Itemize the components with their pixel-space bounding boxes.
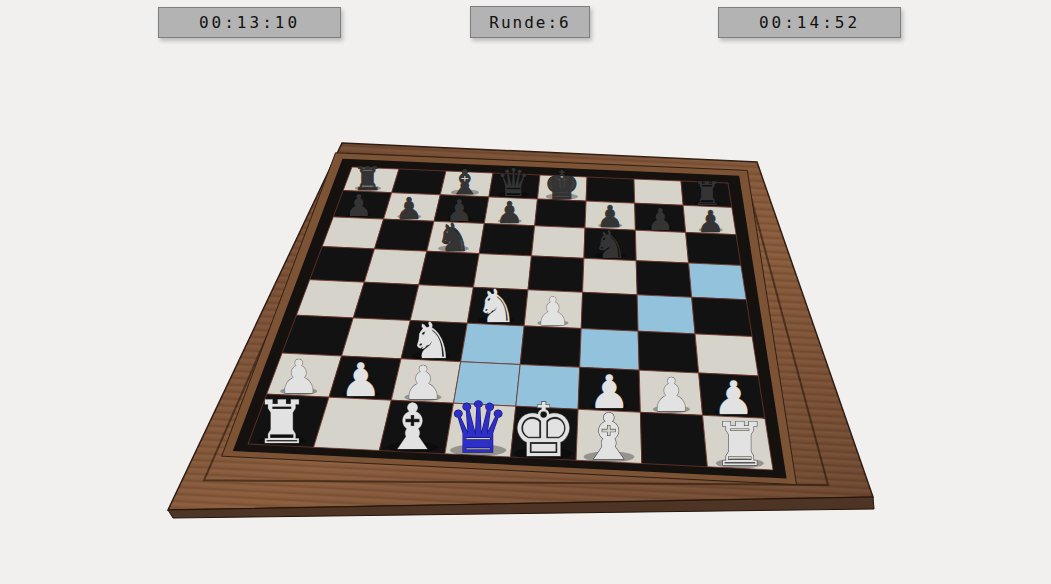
piece-white-pawn-g2[interactable]: ♟: [651, 368, 693, 422]
square-e5[interactable]: [528, 256, 584, 292]
square-h4[interactable]: [692, 297, 752, 336]
square-h3[interactable]: [695, 334, 758, 376]
svg-text:♟: ♟: [535, 289, 570, 334]
svg-text:♚: ♚: [510, 387, 576, 473]
square-g3[interactable]: [638, 331, 699, 373]
svg-text:♟: ♟: [647, 202, 674, 237]
piece-white-pawn-b2[interactable]: ♟: [340, 353, 382, 407]
piece-black-pawn-b7[interactable]: ♟: [396, 191, 423, 226]
chess-board: ♜♝♛♚♜♟♟♟♟♝♟♟♟♞♞♞♟♞♟♟♟♟♟♟♜♝♛♚♝♜: [0, 0, 1051, 584]
piece-black-knight-f6[interactable]: ♞: [593, 222, 628, 267]
piece-white-pawn-e4[interactable]: ♟: [535, 289, 570, 334]
piece-black-pawn-d7[interactable]: ♟: [496, 195, 523, 230]
piece-white-rook-h1[interactable]: ♜: [713, 410, 767, 479]
svg-text:♞: ♞: [593, 222, 628, 267]
piece-white-king-e1[interactable]: ♚: [510, 387, 576, 473]
piece-black-pawn-a7[interactable]: ♟: [346, 188, 373, 223]
square-h5[interactable]: [689, 263, 747, 300]
left-clock: 00:13:10: [158, 7, 341, 38]
piece-white-queen-d1[interactable]: ♛: [447, 387, 510, 469]
svg-text:♜: ♜: [713, 410, 767, 479]
piece-black-knight-c6[interactable]: ♞: [436, 215, 471, 260]
piece-black-pawn-h7[interactable]: ♟: [697, 204, 724, 239]
square-f4[interactable]: [581, 292, 638, 331]
piece-white-bishop-c1[interactable]: ♝: [384, 390, 441, 464]
svg-text:♞: ♞: [436, 215, 471, 260]
svg-text:♜: ♜: [255, 388, 309, 457]
square-b5[interactable]: [364, 249, 427, 285]
svg-text:♟: ♟: [346, 188, 373, 223]
piece-black-pawn-g7[interactable]: ♟: [647, 202, 674, 237]
round-indicator: Runde:6: [470, 6, 590, 38]
piece-white-knight-d4[interactable]: ♞: [475, 279, 516, 333]
svg-text:♝: ♝: [543, 190, 577, 234]
chess-app-window: ♜♝♛♚♜♟♟♟♟♝♟♟♟♞♞♞♟♞♟♟♟♟♟♟♜♝♛♚♝♜ 00:13:10 …: [0, 0, 1051, 584]
square-f3[interactable]: [580, 329, 640, 371]
right-clock: 00:14:52: [718, 7, 901, 38]
square-g4[interactable]: [637, 295, 695, 334]
svg-text:♝: ♝: [580, 400, 637, 474]
svg-text:♟: ♟: [496, 195, 523, 230]
svg-text:♟: ♟: [396, 191, 423, 226]
svg-text:♟: ♟: [697, 204, 724, 239]
svg-text:♟: ♟: [651, 368, 693, 422]
square-g5[interactable]: [636, 261, 692, 298]
svg-text:♞: ♞: [475, 279, 516, 333]
svg-text:♝: ♝: [384, 390, 441, 464]
piece-white-bishop-f1[interactable]: ♝: [580, 400, 637, 474]
svg-text:♛: ♛: [447, 387, 510, 469]
piece-white-rook-a1[interactable]: ♜: [255, 388, 309, 457]
svg-text:♟: ♟: [340, 353, 382, 407]
